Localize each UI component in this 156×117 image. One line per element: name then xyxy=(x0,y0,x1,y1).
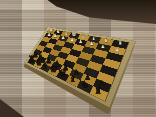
white-pawn: ♟ xyxy=(90,42,94,47)
black-rook: ♜ xyxy=(28,54,36,63)
black-queen: ♛ xyxy=(59,68,68,78)
white-pawn: ♟ xyxy=(78,39,82,44)
white-pawn: ♟ xyxy=(47,32,51,37)
black-bishop: ♝ xyxy=(69,74,77,83)
white-pawn: ♟ xyxy=(70,37,74,42)
white-pawn: ♟ xyxy=(101,44,105,49)
black-knight: ♞ xyxy=(35,58,43,67)
white-knight: ♞ xyxy=(104,38,108,43)
white-pawn: ♟ xyxy=(61,35,65,40)
black-king: ♚ xyxy=(49,64,58,74)
white-rook: ♜ xyxy=(118,41,122,46)
white-pawn: ♟ xyxy=(53,34,57,39)
white-pawn: ♟ xyxy=(115,47,119,52)
black-knight: ♞ xyxy=(81,80,89,89)
black-rook: ♜ xyxy=(94,86,102,95)
photo-scene: ♜♞♝♛♚♝♞♜♟♟♟♟♟♟♟♟♟♟♟♟♟♟♟♟♜♞♝♛♚♝♞♜ xyxy=(0,0,156,117)
